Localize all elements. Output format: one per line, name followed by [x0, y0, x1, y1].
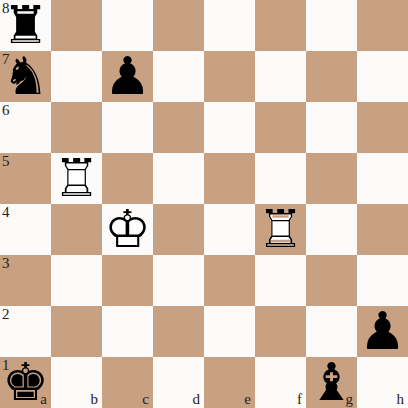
- square-g1[interactable]: g♝: [306, 357, 357, 408]
- black-king-piece[interactable]: ♚: [0, 357, 51, 408]
- square-g5[interactable]: [306, 153, 357, 204]
- rank-label-4: 4: [2, 205, 10, 220]
- square-f5[interactable]: [255, 153, 306, 204]
- square-c5[interactable]: [102, 153, 153, 204]
- black-bishop-piece[interactable]: ♝: [306, 357, 357, 408]
- black-rook-glyph: ♜: [0, 0, 51, 51]
- black-knight-piece[interactable]: ♞: [0, 51, 51, 102]
- chess-board: 8♜7♞♟65♜♖4♚♔♜♖32♟1a♚bcdefg♝h: [0, 0, 408, 408]
- square-a8[interactable]: 8♜: [0, 0, 51, 51]
- black-knight-glyph: ♞: [0, 51, 51, 102]
- black-pawn-glyph: ♟: [357, 306, 408, 357]
- square-a7[interactable]: 7♞: [0, 51, 51, 102]
- square-b8[interactable]: [51, 0, 102, 51]
- file-label-b: b: [91, 392, 99, 407]
- square-g7[interactable]: [306, 51, 357, 102]
- square-a6[interactable]: 6: [0, 102, 51, 153]
- white-king-outline-glyph: ♔: [102, 204, 153, 255]
- square-f2[interactable]: [255, 306, 306, 357]
- square-f1[interactable]: f: [255, 357, 306, 408]
- rank-label-3: 3: [2, 256, 10, 271]
- black-pawn-piece[interactable]: ♟: [357, 306, 408, 357]
- square-b7[interactable]: [51, 51, 102, 102]
- square-b4[interactable]: [51, 204, 102, 255]
- rank-label-2: 2: [2, 307, 10, 322]
- square-h5[interactable]: [357, 153, 408, 204]
- file-label-h: h: [397, 392, 405, 407]
- square-e1[interactable]: e: [204, 357, 255, 408]
- black-king-glyph: ♚: [0, 357, 51, 408]
- square-f8[interactable]: [255, 0, 306, 51]
- square-g2[interactable]: [306, 306, 357, 357]
- white-rook-outline-glyph: ♖: [255, 204, 306, 255]
- square-e6[interactable]: [204, 102, 255, 153]
- square-e8[interactable]: [204, 0, 255, 51]
- square-e2[interactable]: [204, 306, 255, 357]
- file-label-c: c: [142, 392, 149, 407]
- square-b6[interactable]: [51, 102, 102, 153]
- square-b1[interactable]: b: [51, 357, 102, 408]
- square-f7[interactable]: [255, 51, 306, 102]
- black-pawn-piece[interactable]: ♟: [102, 51, 153, 102]
- square-f6[interactable]: [255, 102, 306, 153]
- square-h1[interactable]: h: [357, 357, 408, 408]
- square-h4[interactable]: [357, 204, 408, 255]
- square-a5[interactable]: 5: [0, 153, 51, 204]
- square-e4[interactable]: [204, 204, 255, 255]
- square-a3[interactable]: 3: [0, 255, 51, 306]
- square-a4[interactable]: 4: [0, 204, 51, 255]
- chess-board-wrap: 8♜7♞♟65♜♖4♚♔♜♖32♟1a♚bcdefg♝h: [0, 0, 408, 408]
- white-rook-outline-glyph: ♖: [51, 153, 102, 204]
- square-c8[interactable]: [102, 0, 153, 51]
- white-rook-piece[interactable]: ♜♖: [255, 204, 306, 255]
- file-label-d: d: [193, 392, 201, 407]
- white-rook-piece[interactable]: ♜♖: [51, 153, 102, 204]
- square-c7[interactable]: ♟: [102, 51, 153, 102]
- black-bishop-glyph: ♝: [306, 357, 357, 408]
- square-b3[interactable]: [51, 255, 102, 306]
- square-f3[interactable]: [255, 255, 306, 306]
- square-d8[interactable]: [153, 0, 204, 51]
- square-a2[interactable]: 2: [0, 306, 51, 357]
- rank-label-5: 5: [2, 154, 10, 169]
- square-d7[interactable]: [153, 51, 204, 102]
- square-h2[interactable]: ♟: [357, 306, 408, 357]
- file-label-e: e: [244, 392, 251, 407]
- square-d4[interactable]: [153, 204, 204, 255]
- square-c4[interactable]: ♚♔: [102, 204, 153, 255]
- square-e3[interactable]: [204, 255, 255, 306]
- black-rook-piece[interactable]: ♜: [0, 0, 51, 51]
- square-b2[interactable]: [51, 306, 102, 357]
- square-b5[interactable]: ♜♖: [51, 153, 102, 204]
- square-g8[interactable]: [306, 0, 357, 51]
- square-d2[interactable]: [153, 306, 204, 357]
- black-pawn-glyph: ♟: [102, 51, 153, 102]
- square-c6[interactable]: [102, 102, 153, 153]
- square-g6[interactable]: [306, 102, 357, 153]
- square-g3[interactable]: [306, 255, 357, 306]
- square-c3[interactable]: [102, 255, 153, 306]
- white-king-piece[interactable]: ♚♔: [102, 204, 153, 255]
- square-g4[interactable]: [306, 204, 357, 255]
- square-d6[interactable]: [153, 102, 204, 153]
- square-d5[interactable]: [153, 153, 204, 204]
- file-label-f: f: [297, 392, 302, 407]
- square-a1[interactable]: 1a♚: [0, 357, 51, 408]
- square-d1[interactable]: d: [153, 357, 204, 408]
- square-d3[interactable]: [153, 255, 204, 306]
- square-h6[interactable]: [357, 102, 408, 153]
- square-e5[interactable]: [204, 153, 255, 204]
- square-h3[interactable]: [357, 255, 408, 306]
- square-f4[interactable]: ♜♖: [255, 204, 306, 255]
- square-c1[interactable]: c: [102, 357, 153, 408]
- square-e7[interactable]: [204, 51, 255, 102]
- square-h8[interactable]: [357, 0, 408, 51]
- square-h7[interactable]: [357, 51, 408, 102]
- square-c2[interactable]: [102, 306, 153, 357]
